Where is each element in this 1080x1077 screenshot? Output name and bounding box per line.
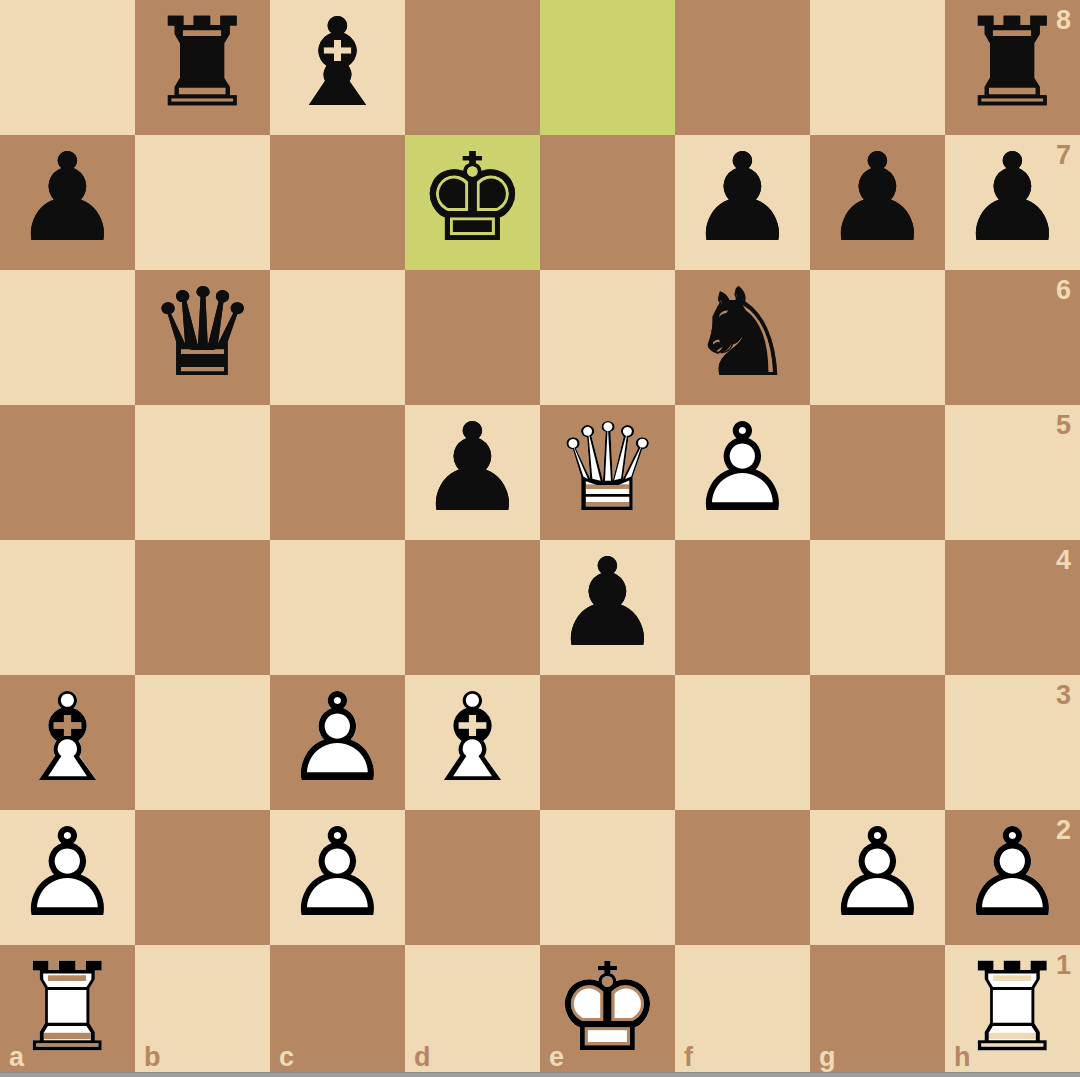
black-rook[interactable]: ♜♖ bbox=[135, 0, 270, 135]
square-b2[interactable] bbox=[135, 810, 270, 945]
square-d1[interactable]: d bbox=[405, 945, 540, 1077]
square-a8[interactable] bbox=[0, 0, 135, 135]
black-bishop[interactable]: ♝♗ bbox=[270, 0, 405, 135]
square-e5[interactable]: ♛♕ bbox=[540, 405, 675, 540]
white-bishop[interactable]: ♝♗ bbox=[405, 675, 540, 810]
white-rook[interactable]: ♜♖ bbox=[0, 945, 135, 1077]
square-h4[interactable]: 4 bbox=[945, 540, 1080, 675]
black-pawn[interactable]: ♟♙ bbox=[945, 135, 1080, 270]
file-label-c: c bbox=[279, 1044, 294, 1071]
black-rook[interactable]: ♜♖ bbox=[945, 0, 1080, 135]
black-pawn-outline: ♙ bbox=[405, 401, 540, 536]
square-f3[interactable] bbox=[675, 675, 810, 810]
square-a6[interactable] bbox=[0, 270, 135, 405]
black-knight-outline: ♘ bbox=[675, 266, 810, 401]
rank-label-6: 6 bbox=[1056, 277, 1071, 304]
black-knight[interactable]: ♞♘ bbox=[675, 270, 810, 405]
black-king[interactable]: ♚♔ bbox=[405, 135, 540, 270]
black-bishop-outline: ♗ bbox=[270, 0, 405, 131]
square-g1[interactable]: g bbox=[810, 945, 945, 1077]
white-pawn[interactable]: ♟♙ bbox=[945, 810, 1080, 945]
square-h6[interactable]: 6 bbox=[945, 270, 1080, 405]
white-king-outline: ♔ bbox=[540, 941, 675, 1076]
square-a7[interactable]: ♟♙ bbox=[0, 135, 135, 270]
square-h5[interactable]: 5 bbox=[945, 405, 1080, 540]
white-queen[interactable]: ♛♕ bbox=[540, 405, 675, 540]
square-f8[interactable] bbox=[675, 0, 810, 135]
square-d4[interactable] bbox=[405, 540, 540, 675]
square-h2[interactable]: ♟♙2 bbox=[945, 810, 1080, 945]
square-c8[interactable]: ♝♗ bbox=[270, 0, 405, 135]
square-b4[interactable] bbox=[135, 540, 270, 675]
chess-board: ♜♖♝♗♜♖8♟♙♚♔♟♙♟♙♟♙7♛♕♞♘6♟♙♛♕♟♙5♟♙4♝♗♟♙♝♗3… bbox=[0, 0, 1080, 1077]
square-b6[interactable]: ♛♕ bbox=[135, 270, 270, 405]
square-b7[interactable] bbox=[135, 135, 270, 270]
rank-label-5: 5 bbox=[1056, 412, 1071, 439]
white-pawn-outline: ♙ bbox=[0, 806, 135, 941]
square-e1[interactable]: ♚♔e bbox=[540, 945, 675, 1077]
square-b5[interactable] bbox=[135, 405, 270, 540]
white-pawn-outline: ♙ bbox=[810, 806, 945, 941]
square-d2[interactable] bbox=[405, 810, 540, 945]
white-rook-outline: ♖ bbox=[0, 941, 135, 1076]
black-pawn-outline: ♙ bbox=[945, 131, 1080, 266]
square-h7[interactable]: ♟♙7 bbox=[945, 135, 1080, 270]
white-bishop[interactable]: ♝♗ bbox=[0, 675, 135, 810]
file-label-g: g bbox=[819, 1044, 836, 1071]
square-f7[interactable]: ♟♙ bbox=[675, 135, 810, 270]
square-g2[interactable]: ♟♙ bbox=[810, 810, 945, 945]
square-e3[interactable] bbox=[540, 675, 675, 810]
black-rook-outline: ♖ bbox=[945, 0, 1080, 131]
square-c1[interactable]: c bbox=[270, 945, 405, 1077]
bottom-edge-bar bbox=[0, 1072, 1080, 1077]
rank-label-4: 4 bbox=[1056, 547, 1071, 574]
black-pawn[interactable]: ♟♙ bbox=[810, 135, 945, 270]
file-label-d: d bbox=[414, 1044, 431, 1071]
black-pawn[interactable]: ♟♙ bbox=[0, 135, 135, 270]
square-f4[interactable] bbox=[675, 540, 810, 675]
white-king[interactable]: ♚♔ bbox=[540, 945, 675, 1077]
square-e6[interactable] bbox=[540, 270, 675, 405]
square-g3[interactable] bbox=[810, 675, 945, 810]
white-bishop-outline: ♗ bbox=[0, 671, 135, 806]
square-d6[interactable] bbox=[405, 270, 540, 405]
square-g7[interactable]: ♟♙ bbox=[810, 135, 945, 270]
square-b3[interactable] bbox=[135, 675, 270, 810]
black-pawn[interactable]: ♟♙ bbox=[405, 405, 540, 540]
white-pawn[interactable]: ♟♙ bbox=[0, 810, 135, 945]
square-d5[interactable]: ♟♙ bbox=[405, 405, 540, 540]
square-c2[interactable]: ♟♙ bbox=[270, 810, 405, 945]
square-d3[interactable]: ♝♗ bbox=[405, 675, 540, 810]
rank-label-3: 3 bbox=[1056, 682, 1071, 709]
white-rook-outline: ♖ bbox=[945, 941, 1080, 1076]
square-a3[interactable]: ♝♗ bbox=[0, 675, 135, 810]
square-f5[interactable]: ♟♙ bbox=[675, 405, 810, 540]
square-g8[interactable] bbox=[810, 0, 945, 135]
square-d8[interactable] bbox=[405, 0, 540, 135]
square-d7[interactable]: ♚♔ bbox=[405, 135, 540, 270]
white-pawn-outline: ♙ bbox=[270, 671, 405, 806]
black-pawn-outline: ♙ bbox=[0, 131, 135, 266]
square-c6[interactable] bbox=[270, 270, 405, 405]
black-pawn-outline: ♙ bbox=[675, 131, 810, 266]
white-rook[interactable]: ♜♖ bbox=[945, 945, 1080, 1077]
square-a5[interactable] bbox=[0, 405, 135, 540]
white-bishop-outline: ♗ bbox=[405, 671, 540, 806]
black-pawn-outline: ♙ bbox=[540, 536, 675, 671]
square-f1[interactable]: f bbox=[675, 945, 810, 1077]
square-c3[interactable]: ♟♙ bbox=[270, 675, 405, 810]
square-h8[interactable]: ♜♖8 bbox=[945, 0, 1080, 135]
white-pawn-outline: ♙ bbox=[945, 806, 1080, 941]
square-e8[interactable] bbox=[540, 0, 675, 135]
black-queen[interactable]: ♛♕ bbox=[135, 270, 270, 405]
square-c7[interactable] bbox=[270, 135, 405, 270]
white-pawn[interactable]: ♟♙ bbox=[810, 810, 945, 945]
square-h3[interactable]: 3 bbox=[945, 675, 1080, 810]
square-a4[interactable] bbox=[0, 540, 135, 675]
white-pawn-outline: ♙ bbox=[675, 401, 810, 536]
file-label-b: b bbox=[144, 1044, 161, 1071]
chess-app-window: ♜♖♝♗♜♖8♟♙♚♔♟♙♟♙♟♙7♛♕♞♘6♟♙♛♕♟♙5♟♙4♝♗♟♙♝♗3… bbox=[0, 0, 1080, 1077]
square-f6[interactable]: ♞♘ bbox=[675, 270, 810, 405]
white-pawn[interactable]: ♟♙ bbox=[270, 675, 405, 810]
square-e2[interactable] bbox=[540, 810, 675, 945]
white-pawn[interactable]: ♟♙ bbox=[270, 810, 405, 945]
square-b1[interactable]: b bbox=[135, 945, 270, 1077]
white-queen-outline: ♕ bbox=[540, 401, 675, 536]
black-king-outline: ♔ bbox=[405, 131, 540, 266]
square-c5[interactable] bbox=[270, 405, 405, 540]
square-a2[interactable]: ♟♙ bbox=[0, 810, 135, 945]
square-a1[interactable]: ♜♖a bbox=[0, 945, 135, 1077]
square-g6[interactable] bbox=[810, 270, 945, 405]
square-g4[interactable] bbox=[810, 540, 945, 675]
black-pawn[interactable]: ♟♙ bbox=[540, 540, 675, 675]
file-label-f: f bbox=[684, 1044, 693, 1071]
white-pawn[interactable]: ♟♙ bbox=[675, 405, 810, 540]
black-queen-outline: ♕ bbox=[135, 266, 270, 401]
square-g5[interactable] bbox=[810, 405, 945, 540]
black-rook-outline: ♖ bbox=[135, 0, 270, 131]
black-pawn[interactable]: ♟♙ bbox=[675, 135, 810, 270]
square-c4[interactable] bbox=[270, 540, 405, 675]
square-f2[interactable] bbox=[675, 810, 810, 945]
square-b8[interactable]: ♜♖ bbox=[135, 0, 270, 135]
white-pawn-outline: ♙ bbox=[270, 806, 405, 941]
square-e7[interactable] bbox=[540, 135, 675, 270]
square-h1[interactable]: ♜♖h1 bbox=[945, 945, 1080, 1077]
square-e4[interactable]: ♟♙ bbox=[540, 540, 675, 675]
black-pawn-outline: ♙ bbox=[810, 131, 945, 266]
